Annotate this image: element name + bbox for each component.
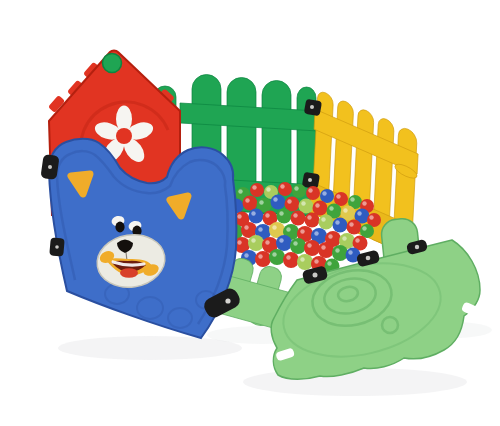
ball-highlight: [321, 245, 325, 249]
ball-highlight: [280, 184, 284, 188]
latch-pin: [415, 245, 419, 249]
ball-highlight: [321, 217, 325, 221]
play-ball: [243, 196, 258, 211]
window-hub: [116, 128, 132, 144]
play-ball: [333, 218, 348, 233]
ball-highlight: [327, 261, 331, 265]
shadow-under-bear-panel: [58, 336, 242, 360]
clip-pin: [55, 245, 59, 249]
ball-highlight: [301, 201, 305, 205]
ball-highlight: [279, 211, 283, 215]
play-ball: [271, 195, 286, 210]
ball-highlight: [272, 252, 276, 256]
play-ball: [249, 209, 264, 224]
ball-highlight: [329, 206, 333, 210]
ball-highlight: [252, 185, 256, 189]
product-photo: [0, 0, 500, 426]
play-ball: [292, 184, 306, 198]
ball-highlight: [300, 257, 304, 261]
ball-highlight: [244, 225, 248, 229]
playpen-illustration: [0, 0, 500, 426]
ball-highlight: [251, 238, 255, 242]
ball-highlight: [357, 211, 361, 215]
play-ball: [291, 211, 306, 226]
ball-highlight: [286, 255, 290, 259]
ball-highlight: [245, 198, 249, 202]
ball-highlight: [293, 241, 297, 245]
clip-pin: [225, 298, 230, 303]
ball-highlight: [238, 189, 242, 193]
ball-highlight: [265, 240, 269, 244]
ball-highlight: [237, 240, 241, 244]
play-ball: [255, 251, 271, 267]
ball-highlight: [294, 186, 298, 190]
play-ball: [304, 240, 320, 256]
ball-highlight: [244, 253, 248, 257]
ball-highlight: [273, 197, 277, 201]
play-ball: [276, 235, 292, 251]
ball-highlight: [258, 254, 262, 258]
bear-tongue: [120, 268, 138, 278]
ball-highlight: [259, 200, 263, 204]
ball-highlight: [315, 203, 319, 207]
ball-highlight: [265, 213, 269, 217]
play-ball: [306, 186, 320, 200]
ball-highlight: [328, 234, 332, 238]
ball-highlight: [266, 187, 270, 191]
play-ball: [269, 249, 285, 265]
ball-highlight: [349, 222, 353, 226]
latch-pin: [366, 256, 371, 261]
play-ball: [305, 213, 320, 228]
ball-highlight: [369, 215, 373, 219]
ball-highlight: [343, 208, 347, 212]
ball-highlight: [335, 220, 339, 224]
ball-highlight: [286, 227, 290, 231]
play-ball: [277, 209, 292, 224]
ball-highlight: [362, 226, 366, 230]
house-knob: [103, 54, 122, 73]
ball-highlight: [307, 243, 311, 247]
ball-highlight: [287, 199, 291, 203]
ball-highlight: [293, 213, 297, 217]
play-ball: [250, 183, 264, 197]
latch-pin: [313, 273, 318, 278]
ball-highlight: [342, 236, 346, 240]
clip-pin: [310, 105, 314, 109]
ball-highlight: [350, 197, 354, 201]
play-ball: [290, 238, 306, 254]
ball-highlight: [308, 188, 312, 192]
ball-highlight: [362, 201, 366, 205]
ball-highlight: [336, 194, 340, 198]
play-ball: [318, 242, 334, 258]
clip-pin: [308, 178, 312, 182]
ball-highlight: [314, 231, 318, 235]
ball-highlight: [300, 229, 304, 233]
play-ball: [278, 182, 292, 196]
bear-eye-left: [115, 222, 124, 233]
ball-highlight: [314, 259, 318, 263]
ball-highlight: [279, 238, 283, 242]
ball-highlight: [272, 225, 276, 229]
play-ball: [347, 220, 362, 235]
ball-highlight: [322, 191, 326, 195]
play-ball: [319, 215, 334, 230]
ball-highlight: [307, 215, 311, 219]
ball-highlight: [335, 248, 339, 252]
ball-highlight: [355, 238, 359, 242]
ball-highlight: [258, 227, 262, 231]
clip-pin: [48, 165, 52, 169]
play-ball: [248, 235, 264, 251]
play-ball: [283, 252, 299, 268]
play-ball: [297, 254, 313, 270]
ball-highlight: [348, 250, 352, 254]
ball-highlight: [251, 211, 255, 215]
ball-highlight: [237, 214, 241, 218]
play-ball: [332, 245, 348, 261]
